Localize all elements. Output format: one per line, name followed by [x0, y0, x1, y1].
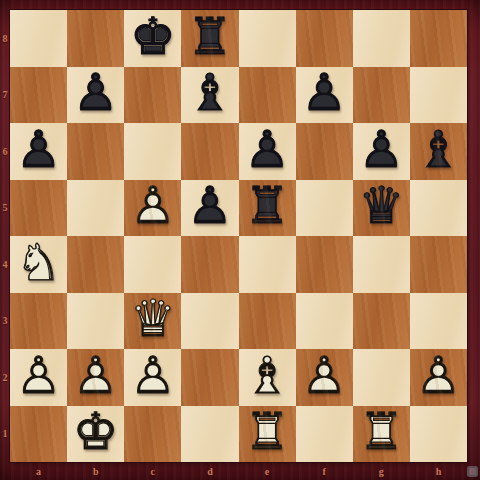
rank-label-3: 3: [0, 293, 10, 350]
square-b2[interactable]: ♟♙: [67, 349, 124, 406]
square-g5[interactable]: ♛♕: [353, 180, 410, 237]
file-label-g: g: [353, 462, 410, 480]
square-c2[interactable]: ♟♙: [124, 349, 181, 406]
piece-black-pawn[interactable]: ♟♙: [10, 123, 67, 180]
rank-label-2: 2: [0, 349, 10, 406]
square-f5[interactable]: [296, 180, 353, 237]
square-b7[interactable]: ♟♙: [67, 67, 124, 124]
file-label-c: c: [124, 462, 181, 480]
square-e6[interactable]: ♟♙: [239, 123, 296, 180]
square-h2[interactable]: ♟♙: [410, 349, 467, 406]
square-a6[interactable]: ♟♙: [10, 123, 67, 180]
file-label-h: h: [410, 462, 467, 480]
rank-label-1: 1: [0, 406, 10, 463]
piece-white-pawn[interactable]: ♟♙: [124, 180, 181, 237]
square-c7[interactable]: [124, 67, 181, 124]
piece-white-pawn[interactable]: ♟♙: [10, 349, 67, 406]
piece-black-rook[interactable]: ♜♖: [239, 180, 296, 237]
square-a1[interactable]: [10, 406, 67, 463]
chess-app: 87654321 ♚♔♜♖♟♙♝♗♟♙♟♙♟♙♟♙♝♗♟♙♟♙♜♖♛♕♞♘♛♕♟…: [0, 0, 480, 480]
piece-black-bishop[interactable]: ♝♗: [410, 123, 467, 180]
square-d1[interactable]: [181, 406, 238, 463]
square-d5[interactable]: ♟♙: [181, 180, 238, 237]
square-b8[interactable]: [67, 10, 124, 67]
square-g8[interactable]: [353, 10, 410, 67]
square-f4[interactable]: [296, 236, 353, 293]
square-d6[interactable]: [181, 123, 238, 180]
square-b1[interactable]: ♚♔: [67, 406, 124, 463]
square-b3[interactable]: [67, 293, 124, 350]
square-d4[interactable]: [181, 236, 238, 293]
chessboard: ♚♔♜♖♟♙♝♗♟♙♟♙♟♙♟♙♝♗♟♙♟♙♜♖♛♕♞♘♛♕♟♙♟♙♟♙♝♗♟♙…: [10, 10, 467, 462]
square-c6[interactable]: [124, 123, 181, 180]
square-f7[interactable]: ♟♙: [296, 67, 353, 124]
square-a8[interactable]: [10, 10, 67, 67]
square-a3[interactable]: [10, 293, 67, 350]
rank-label-6: 6: [0, 123, 10, 180]
square-f3[interactable]: [296, 293, 353, 350]
square-e5[interactable]: ♜♖: [239, 180, 296, 237]
piece-white-king[interactable]: ♚♔: [67, 406, 124, 463]
square-f8[interactable]: [296, 10, 353, 67]
square-a7[interactable]: [10, 67, 67, 124]
piece-black-pawn[interactable]: ♟♙: [67, 67, 124, 124]
file-label-d: d: [181, 462, 238, 480]
square-b4[interactable]: [67, 236, 124, 293]
piece-white-pawn[interactable]: ♟♙: [67, 349, 124, 406]
square-d8[interactable]: ♜♖: [181, 10, 238, 67]
piece-black-king[interactable]: ♚♔: [124, 10, 181, 67]
rank-labels: 87654321: [0, 10, 10, 462]
watermark-icon: [467, 466, 478, 477]
square-e8[interactable]: [239, 10, 296, 67]
square-c1[interactable]: [124, 406, 181, 463]
square-g6[interactable]: ♟♙: [353, 123, 410, 180]
piece-white-pawn[interactable]: ♟♙: [296, 349, 353, 406]
square-h3[interactable]: [410, 293, 467, 350]
piece-black-bishop[interactable]: ♝♗: [181, 67, 238, 124]
square-g1[interactable]: ♜♖: [353, 406, 410, 463]
piece-black-pawn[interactable]: ♟♙: [239, 123, 296, 180]
rank-label-5: 5: [0, 180, 10, 237]
square-c3[interactable]: ♛♕: [124, 293, 181, 350]
square-e7[interactable]: [239, 67, 296, 124]
square-c4[interactable]: [124, 236, 181, 293]
square-h1[interactable]: [410, 406, 467, 463]
square-h8[interactable]: [410, 10, 467, 67]
piece-white-pawn[interactable]: ♟♙: [410, 349, 467, 406]
square-b6[interactable]: [67, 123, 124, 180]
piece-white-knight[interactable]: ♞♘: [10, 236, 67, 293]
square-h7[interactable]: [410, 67, 467, 124]
square-g7[interactable]: [353, 67, 410, 124]
square-d7[interactable]: ♝♗: [181, 67, 238, 124]
piece-black-queen[interactable]: ♛♕: [353, 180, 410, 237]
square-a4[interactable]: ♞♘: [10, 236, 67, 293]
square-g4[interactable]: [353, 236, 410, 293]
file-label-e: e: [239, 462, 296, 480]
piece-black-pawn[interactable]: ♟♙: [353, 123, 410, 180]
file-label-f: f: [296, 462, 353, 480]
square-e2[interactable]: ♝♗: [239, 349, 296, 406]
piece-black-pawn[interactable]: ♟♙: [181, 180, 238, 237]
file-labels: abcdefgh: [10, 462, 467, 480]
square-b5[interactable]: [67, 180, 124, 237]
square-a2[interactable]: ♟♙: [10, 349, 67, 406]
square-d3[interactable]: [181, 293, 238, 350]
square-e3[interactable]: [239, 293, 296, 350]
piece-white-rook[interactable]: ♜♖: [239, 406, 296, 463]
square-h6[interactable]: ♝♗: [410, 123, 467, 180]
file-label-b: b: [67, 462, 124, 480]
square-e1[interactable]: ♜♖: [239, 406, 296, 463]
file-label-a: a: [10, 462, 67, 480]
piece-white-queen[interactable]: ♛♕: [124, 293, 181, 350]
piece-white-rook[interactable]: ♜♖: [353, 406, 410, 463]
square-f1[interactable]: [296, 406, 353, 463]
square-h5[interactable]: [410, 180, 467, 237]
piece-black-pawn[interactable]: ♟♙: [296, 67, 353, 124]
square-h4[interactable]: [410, 236, 467, 293]
square-f6[interactable]: [296, 123, 353, 180]
piece-black-rook[interactable]: ♜♖: [181, 10, 238, 67]
square-g3[interactable]: [353, 293, 410, 350]
piece-white-pawn[interactable]: ♟♙: [124, 349, 181, 406]
square-f2[interactable]: ♟♙: [296, 349, 353, 406]
square-d2[interactable]: [181, 349, 238, 406]
rank-label-4: 4: [0, 236, 10, 293]
square-c5[interactable]: ♟♙: [124, 180, 181, 237]
square-g2[interactable]: [353, 349, 410, 406]
rank-label-7: 7: [0, 67, 10, 124]
piece-white-bishop[interactable]: ♝♗: [239, 349, 296, 406]
square-a5[interactable]: [10, 180, 67, 237]
square-c8[interactable]: ♚♔: [124, 10, 181, 67]
square-e4[interactable]: [239, 236, 296, 293]
rank-label-8: 8: [0, 10, 10, 67]
